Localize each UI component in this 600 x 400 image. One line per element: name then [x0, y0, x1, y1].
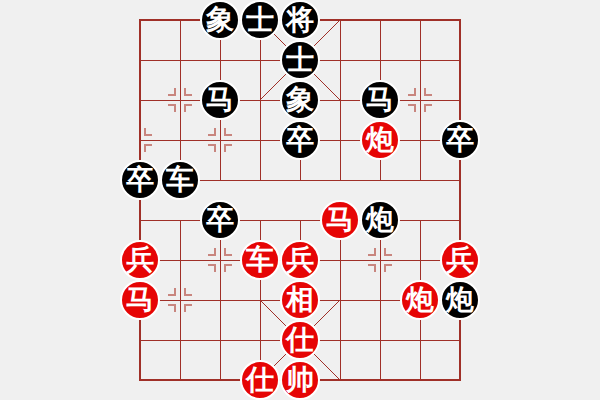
piece-black-elephant[interactable]: 象: [280, 80, 320, 120]
piece-black-horse[interactable]: 马: [200, 80, 240, 120]
piece-red-cannon[interactable]: 炮: [400, 280, 440, 320]
piece-red-advisor[interactable]: 仕: [280, 320, 320, 360]
piece-black-soldier[interactable]: 卒: [200, 200, 240, 240]
xiangqi-board: 象士将士马象马卒炮卒卒车卒马炮兵车兵兵马相炮炮仕仕帅: [0, 0, 600, 400]
piece-black-chariot[interactable]: 车: [160, 160, 200, 200]
piece-red-elephant[interactable]: 相: [280, 280, 320, 320]
piece-black-soldier[interactable]: 卒: [120, 160, 160, 200]
piece-black-horse[interactable]: 马: [360, 80, 400, 120]
piece-red-advisor[interactable]: 仕: [240, 360, 280, 400]
piece-red-horse[interactable]: 马: [120, 280, 160, 320]
pieces-layer: 象士将士马象马卒炮卒卒车卒马炮兵车兵兵马相炮炮仕仕帅: [0, 0, 600, 400]
piece-red-soldier[interactable]: 兵: [280, 240, 320, 280]
piece-red-chariot[interactable]: 车: [240, 240, 280, 280]
piece-black-soldier[interactable]: 卒: [280, 120, 320, 160]
piece-red-horse[interactable]: 马: [320, 200, 360, 240]
piece-black-elephant[interactable]: 象: [200, 0, 240, 40]
piece-red-king[interactable]: 帅: [280, 360, 320, 400]
piece-black-general[interactable]: 将: [280, 0, 320, 40]
piece-black-advisor[interactable]: 士: [240, 0, 280, 40]
piece-red-soldier[interactable]: 兵: [440, 240, 480, 280]
piece-black-advisor[interactable]: 士: [280, 40, 320, 80]
piece-red-cannon[interactable]: 炮: [360, 120, 400, 160]
piece-black-cannon[interactable]: 炮: [360, 200, 400, 240]
piece-black-cannon[interactable]: 炮: [440, 280, 480, 320]
piece-black-soldier[interactable]: 卒: [440, 120, 480, 160]
piece-red-soldier[interactable]: 兵: [120, 240, 160, 280]
